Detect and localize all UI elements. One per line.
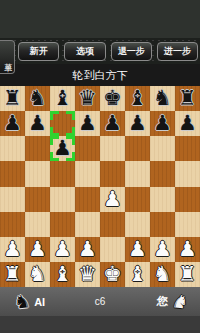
square-g6[interactable] xyxy=(150,136,175,161)
white-pawn-piece: ♟ xyxy=(78,239,97,260)
toolbar-buttons: 新开 选项 退一步 进一步 xyxy=(18,42,198,61)
square-h8[interactable]: ♜ xyxy=(175,86,200,111)
white-pawn-piece: ♟ xyxy=(178,239,197,260)
white-knight-piece: ♞ xyxy=(153,264,172,285)
square-a3[interactable] xyxy=(0,212,25,237)
black-knight-piece: ♞ xyxy=(153,88,172,109)
square-f8[interactable]: ♝ xyxy=(125,86,150,111)
square-c2[interactable]: ♟ xyxy=(50,237,75,262)
human-player-label: 您 xyxy=(157,294,168,309)
white-pawn-piece: ♟ xyxy=(53,239,72,260)
square-h5[interactable] xyxy=(175,161,200,186)
top-banner-area xyxy=(0,0,200,38)
black-pawn-piece: ♟ xyxy=(53,138,72,159)
black-rook-piece: ♜ xyxy=(178,88,197,109)
chess-board: ♜♞♝♛♚♝♞♜♟♟♟♟♟♟♟♟♟♟♟♟♟♟♟♟♜♞♝♛♚♝♞♜ xyxy=(0,86,200,287)
undo-move-button[interactable]: 退一步 xyxy=(111,42,152,61)
player-bar: ♞ AI 您 ♞ c6 xyxy=(0,287,200,316)
white-pawn-piece: ♟ xyxy=(103,189,122,210)
square-h2[interactable]: ♟ xyxy=(175,237,200,262)
black-pawn-piece: ♟ xyxy=(103,113,122,134)
square-f1[interactable]: ♝ xyxy=(125,262,150,287)
square-h1[interactable]: ♜ xyxy=(175,262,200,287)
white-pawn-piece: ♟ xyxy=(28,239,47,260)
square-g7[interactable]: ♟ xyxy=(150,111,175,136)
square-b4[interactable] xyxy=(25,187,50,212)
square-b5[interactable] xyxy=(25,161,50,186)
black-queen-piece: ♛ xyxy=(78,88,97,109)
square-b6[interactable] xyxy=(25,136,50,161)
white-knight-icon: ♞ xyxy=(171,291,189,311)
square-c3[interactable] xyxy=(50,212,75,237)
square-c7[interactable] xyxy=(50,111,75,136)
black-pawn-piece: ♟ xyxy=(153,113,172,134)
ai-player-label: AI xyxy=(34,296,45,308)
square-a4[interactable] xyxy=(0,187,25,212)
white-pawn-piece: ♟ xyxy=(128,239,147,260)
square-c1[interactable]: ♝ xyxy=(50,262,75,287)
square-b2[interactable]: ♟ xyxy=(25,237,50,262)
square-b8[interactable]: ♞ xyxy=(25,86,50,111)
black-pawn-piece: ♟ xyxy=(128,113,147,134)
options-button[interactable]: 选项 xyxy=(64,42,105,61)
square-e4[interactable]: ♟ xyxy=(100,187,125,212)
square-c6[interactable]: ♟ xyxy=(50,136,75,161)
white-rook-piece: ♜ xyxy=(3,264,22,285)
square-d2[interactable]: ♟ xyxy=(75,237,100,262)
ai-player: ♞ AI xyxy=(14,293,45,311)
square-f2[interactable]: ♟ xyxy=(125,237,150,262)
square-d5[interactable] xyxy=(75,161,100,186)
square-e3[interactable] xyxy=(100,212,125,237)
black-pawn-piece: ♟ xyxy=(28,113,47,134)
square-g2[interactable]: ♟ xyxy=(150,237,175,262)
square-e5[interactable] xyxy=(100,161,125,186)
square-f3[interactable] xyxy=(125,212,150,237)
square-d3[interactable] xyxy=(75,212,100,237)
square-g4[interactable] xyxy=(150,187,175,212)
square-g5[interactable] xyxy=(150,161,175,186)
black-bishop-piece: ♝ xyxy=(53,88,72,109)
white-rook-piece: ♜ xyxy=(178,264,197,285)
white-king-piece: ♚ xyxy=(103,264,122,285)
square-g8[interactable]: ♞ xyxy=(150,86,175,111)
turn-status-text: 轮到白方下 xyxy=(73,68,128,83)
toolbar: 新开 选项 退一步 进一步 xyxy=(0,38,200,64)
square-e2[interactable] xyxy=(100,237,125,262)
square-e8[interactable]: ♚ xyxy=(100,86,125,111)
square-h3[interactable] xyxy=(175,212,200,237)
black-king-piece: ♚ xyxy=(103,88,122,109)
black-pawn-piece: ♟ xyxy=(178,113,197,134)
square-g1[interactable]: ♞ xyxy=(150,262,175,287)
black-bishop-piece: ♝ xyxy=(128,88,147,109)
square-f4[interactable] xyxy=(125,187,150,212)
human-player: 您 ♞ xyxy=(157,293,188,311)
bottom-spacer xyxy=(0,316,200,333)
square-e1[interactable]: ♚ xyxy=(100,262,125,287)
square-g3[interactable] xyxy=(150,212,175,237)
white-knight-piece: ♞ xyxy=(28,264,47,285)
square-d4[interactable] xyxy=(75,187,100,212)
app-window: 新开 选项 退一步 进一步 菜单 轮到白方下 ♜♞♝♛♚♝♞♜♟♟♟♟♟♟♟♟♟… xyxy=(0,0,200,333)
square-h6[interactable] xyxy=(175,136,200,161)
square-d1[interactable]: ♛ xyxy=(75,262,100,287)
white-bishop-piece: ♝ xyxy=(128,264,147,285)
square-e7[interactable]: ♟ xyxy=(100,111,125,136)
square-a6[interactable] xyxy=(0,136,25,161)
square-f6[interactable] xyxy=(125,136,150,161)
black-knight-icon: ♞ xyxy=(13,291,31,311)
square-d6[interactable] xyxy=(75,136,100,161)
square-f7[interactable]: ♟ xyxy=(125,111,150,136)
square-a8[interactable]: ♜ xyxy=(0,86,25,111)
square-d7[interactable]: ♟ xyxy=(75,111,100,136)
black-pawn-piece: ♟ xyxy=(78,113,97,134)
square-f5[interactable] xyxy=(125,161,150,186)
turn-status-banner: 轮到白方下 xyxy=(0,64,200,86)
white-bishop-piece: ♝ xyxy=(53,264,72,285)
menu-tab-button[interactable]: 菜单 xyxy=(0,40,15,74)
square-a5[interactable] xyxy=(0,161,25,186)
black-rook-piece: ♜ xyxy=(3,88,22,109)
square-a1[interactable]: ♜ xyxy=(0,262,25,287)
square-c8[interactable]: ♝ xyxy=(50,86,75,111)
new-game-button[interactable]: 新开 xyxy=(18,42,59,61)
square-a2[interactable]: ♟ xyxy=(0,237,25,262)
square-b3[interactable] xyxy=(25,212,50,237)
redo-move-button[interactable]: 进一步 xyxy=(157,42,198,61)
square-a7[interactable]: ♟ xyxy=(0,111,25,136)
square-c5[interactable] xyxy=(50,161,75,186)
white-pawn-piece: ♟ xyxy=(3,239,22,260)
square-d8[interactable]: ♛ xyxy=(75,86,100,111)
square-e6[interactable] xyxy=(100,136,125,161)
white-queen-piece: ♛ xyxy=(78,264,97,285)
square-b7[interactable]: ♟ xyxy=(25,111,50,136)
square-h4[interactable] xyxy=(175,187,200,212)
black-pawn-piece: ♟ xyxy=(3,113,22,134)
square-h7[interactable]: ♟ xyxy=(175,111,200,136)
white-pawn-piece: ♟ xyxy=(153,239,172,260)
black-knight-piece: ♞ xyxy=(28,88,47,109)
square-c4[interactable] xyxy=(50,187,75,212)
square-b1[interactable]: ♞ xyxy=(25,262,50,287)
